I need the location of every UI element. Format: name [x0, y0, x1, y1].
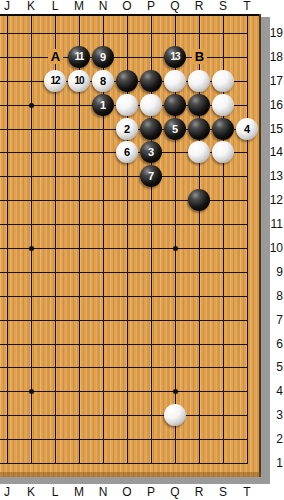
grid-line-horizontal-7 — [0, 320, 248, 321]
stone-white-N17: 8 — [92, 70, 114, 92]
star-point-K4 — [29, 389, 34, 394]
column-label-top-T: T — [239, 0, 255, 13]
stone-black-N16: 1 — [92, 94, 114, 116]
row-label-1: 1 — [268, 456, 283, 470]
stone-white-O15: 2 — [116, 118, 138, 140]
column-label-top-P: P — [143, 0, 159, 13]
row-label-14: 14 — [268, 145, 283, 159]
stone-black-S15 — [212, 118, 234, 140]
stone-white-O14: 6 — [116, 141, 138, 163]
row-label-7: 7 — [268, 313, 283, 327]
row-label-9: 9 — [268, 265, 283, 279]
row-label-2: 2 — [268, 432, 283, 446]
go-diagram: AB11913153712108246 JKLMNOPQRST JKLMNOPQ… — [0, 0, 284, 500]
column-label-bottom-S: S — [215, 486, 231, 499]
row-label-8: 8 — [268, 289, 283, 303]
grid-line-horizontal-8 — [0, 296, 248, 297]
column-label-top-Q: Q — [167, 0, 183, 13]
stone-white-M17: 10 — [68, 70, 90, 92]
grid-line-horizontal-10 — [0, 248, 248, 249]
column-label-bottom-R: R — [191, 486, 207, 499]
board-right-edge — [259, 14, 261, 477]
stone-white-L17: 12 — [44, 70, 66, 92]
row-label-11: 11 — [268, 217, 283, 231]
row-label-6: 6 — [268, 337, 283, 351]
stone-white-R14 — [188, 141, 210, 163]
column-label-top-M: M — [71, 0, 87, 13]
row-label-16: 16 — [268, 98, 283, 112]
column-label-bottom-P: P — [143, 486, 159, 499]
column-label-bottom-T: T — [239, 486, 255, 499]
board-top-frame — [0, 14, 261, 16]
row-label-15: 15 — [268, 122, 283, 136]
stone-black-O17 — [116, 70, 138, 92]
board-letter-A: A — [48, 49, 63, 64]
grid-line-horizontal-5 — [0, 367, 248, 368]
column-label-top-S: S — [215, 0, 231, 13]
grid-line-horizontal-12 — [0, 200, 248, 201]
column-label-top-O: O — [119, 0, 135, 13]
board-shadow-bottom — [0, 477, 261, 484]
stone-black-R12 — [188, 189, 210, 211]
column-label-top-J: J — [0, 0, 15, 13]
column-label-bottom-K: K — [23, 486, 39, 499]
stone-white-S14 — [212, 141, 234, 163]
grid-line-horizontal-9 — [0, 272, 248, 273]
stone-black-R15 — [188, 118, 210, 140]
stone-black-N18: 9 — [92, 46, 114, 68]
grid-line-horizontal-3 — [0, 415, 248, 416]
column-label-bottom-Q: Q — [167, 486, 183, 499]
stone-black-Q16 — [164, 94, 186, 116]
stone-black-P15 — [140, 118, 162, 140]
row-label-18: 18 — [268, 50, 283, 64]
column-label-top-R: R — [191, 0, 207, 13]
column-label-top-N: N — [95, 0, 111, 13]
stone-black-R16 — [188, 94, 210, 116]
stone-black-P14: 3 — [140, 141, 162, 163]
column-label-bottom-J: J — [0, 486, 15, 499]
stone-black-P17 — [140, 70, 162, 92]
stone-white-P16 — [140, 94, 162, 116]
star-point-K10 — [29, 246, 34, 251]
column-label-top-L: L — [47, 0, 63, 13]
row-label-13: 13 — [268, 169, 283, 183]
board-letter-B: B — [192, 49, 207, 64]
grid-line-horizontal-18 — [0, 57, 248, 58]
row-label-12: 12 — [268, 193, 283, 207]
grid-line-vertical-J — [7, 16, 8, 463]
column-label-bottom-M: M — [71, 486, 87, 499]
stone-black-M18: 11 — [68, 46, 90, 68]
stone-black-Q15: 5 — [164, 118, 186, 140]
star-point-Q10 — [173, 246, 178, 251]
stone-black-Q18: 13 — [164, 46, 186, 68]
star-point-Q4 — [173, 389, 178, 394]
row-label-5: 5 — [268, 360, 283, 374]
grid-line-vertical-T — [247, 16, 248, 463]
grid-line-horizontal-6 — [0, 344, 248, 345]
grid-line-horizontal-13 — [0, 176, 248, 177]
grid-line-horizontal-11 — [0, 224, 248, 225]
grid-line-horizontal-4 — [0, 391, 248, 392]
stone-white-Q3 — [164, 404, 186, 426]
star-point-K16 — [29, 103, 34, 108]
column-label-bottom-O: O — [119, 486, 135, 499]
grid-line-horizontal-1 — [0, 463, 248, 464]
stone-white-S17 — [212, 70, 234, 92]
stone-white-S16 — [212, 94, 234, 116]
grid-line-horizontal-19 — [0, 33, 248, 34]
board-bottom-bevel — [0, 472, 261, 477]
go-board[interactable]: AB11913153712108246 — [0, 14, 261, 477]
stone-white-R17 — [188, 70, 210, 92]
stone-black-P13: 7 — [140, 165, 162, 187]
row-label-10: 10 — [268, 241, 283, 255]
grid-line-vertical-K — [31, 16, 32, 463]
row-label-19: 19 — [268, 26, 283, 40]
stone-white-T15: 4 — [236, 118, 258, 140]
stone-white-Q17 — [164, 70, 186, 92]
column-label-bottom-L: L — [47, 486, 63, 499]
row-label-3: 3 — [268, 408, 283, 422]
column-label-top-K: K — [23, 0, 39, 13]
row-label-4: 4 — [268, 384, 283, 398]
grid-line-horizontal-2 — [0, 439, 248, 440]
row-label-17: 17 — [268, 74, 283, 88]
column-label-bottom-N: N — [95, 486, 111, 499]
stone-white-O16 — [116, 94, 138, 116]
